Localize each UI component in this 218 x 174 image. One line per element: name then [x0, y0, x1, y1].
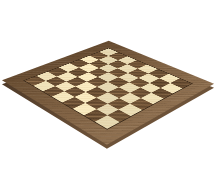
product-photo-canvas: [0, 0, 218, 174]
playing-field: [23, 48, 193, 130]
chess-board: [2, 41, 214, 145]
board-frame: [2, 41, 214, 145]
